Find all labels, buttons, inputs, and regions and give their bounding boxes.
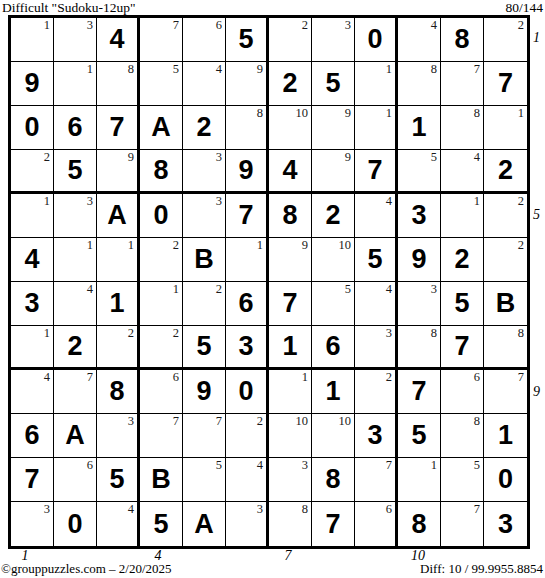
cell-r9c4[interactable]: 6 (140, 370, 183, 414)
given-digit: 5 (196, 333, 211, 360)
cell-r2c5[interactable]: 4 (183, 62, 226, 106)
clue-number: 5 (474, 459, 480, 472)
cell-r6c8[interactable]: 10 (312, 238, 355, 282)
cell-r10c4[interactable]: 7 (140, 414, 183, 458)
cell-r4c7: 4 (269, 150, 312, 194)
cell-counter: 80/144 (505, 0, 543, 16)
cell-r2c6[interactable]: 9 (226, 62, 269, 106)
cell-r2c10[interactable]: 8 (398, 62, 441, 106)
puzzle-title: Difficult "Sudoku-12up" (2, 0, 135, 16)
clue-number: 1 (173, 283, 179, 296)
cell-r11c11[interactable]: 5 (441, 458, 484, 502)
given-digit: 5 (411, 422, 426, 449)
clue-number: 1 (431, 459, 437, 472)
clue-number: 4 (474, 151, 480, 164)
clue-number: 4 (386, 195, 392, 208)
cell-r4c4: 8 (140, 150, 183, 194)
clue-number: 10 (296, 107, 309, 120)
clue-number: 6 (216, 19, 222, 32)
given-digit: 7 (454, 333, 469, 360)
cell-r7c3: 1 (97, 282, 140, 326)
given-digit: 9 (24, 70, 39, 97)
clue-number: 9 (128, 151, 134, 164)
given-digit: A (151, 114, 171, 141)
cell-r1c6: 5 (226, 18, 269, 62)
clue-number: 5 (345, 283, 351, 296)
cell-r1c12[interactable]: 2 (484, 18, 527, 62)
cell-r11c8: 8 (312, 458, 355, 502)
cell-r5c12[interactable]: 2 (484, 194, 527, 238)
sudoku-board: 134765230482918549251877067A281091181259… (8, 15, 530, 549)
cell-r1c7[interactable]: 2 (269, 18, 312, 62)
clue-number: 1 (474, 195, 480, 208)
cell-r8c2: 2 (54, 326, 97, 370)
cell-r6c2[interactable]: 1 (54, 238, 97, 282)
clue-number: 3 (257, 503, 263, 516)
cell-r2c1: 9 (11, 62, 54, 106)
cell-r2c12: 7 (484, 62, 527, 106)
cell-r3c9[interactable]: 1 (355, 106, 398, 150)
clue-number: 7 (474, 63, 480, 76)
cell-r3c1: 0 (11, 106, 54, 150)
cell-r2c8: 5 (312, 62, 355, 106)
given-digit: 7 (24, 466, 39, 493)
cell-r4c9: 7 (355, 150, 398, 194)
clue-number: 10 (296, 415, 309, 428)
cell-r7c1: 3 (11, 282, 54, 326)
given-digit: A (65, 422, 85, 449)
cell-r4c12: 2 (484, 150, 527, 194)
cell-r8c6: 3 (226, 326, 269, 370)
clue-number: 2 (44, 151, 50, 164)
cell-r12c11[interactable]: 7 (441, 502, 484, 546)
clue-number: 2 (173, 239, 179, 252)
given-digit: 9 (238, 157, 253, 184)
cell-r6c9: 5 (355, 238, 398, 282)
cell-r4c11[interactable]: 4 (441, 150, 484, 194)
given-digit: 2 (282, 70, 297, 97)
given-digit: 5 (367, 246, 382, 273)
page: Difficult "Sudoku-12up" 80/144 134765230… (0, 0, 545, 578)
cell-r2c9[interactable]: 1 (355, 62, 398, 106)
clue-number: 1 (257, 239, 263, 252)
given-digit: 7 (238, 202, 253, 229)
given-digit: 8 (325, 466, 340, 493)
cell-r3c10: 1 (398, 106, 441, 150)
clue-number: 8 (257, 107, 263, 120)
cell-r9c9[interactable]: 2 (355, 370, 398, 414)
clue-number: 1 (87, 63, 93, 76)
cell-r6c3[interactable]: 1 (97, 238, 140, 282)
given-digit: 4 (109, 26, 124, 53)
row-label-9: 9 (533, 384, 540, 400)
given-digit: 6 (67, 114, 82, 141)
cell-r5c3: A (97, 194, 140, 238)
cell-r7c7: 7 (269, 282, 312, 326)
given-digit: 2 (498, 157, 513, 184)
cell-r12c8: 7 (312, 502, 355, 546)
cell-r7c9[interactable]: 4 (355, 282, 398, 326)
cell-r8c1[interactable]: 1 (11, 326, 54, 370)
clue-number: 7 (173, 19, 179, 32)
given-digit: 1 (282, 333, 297, 360)
given-digit: 6 (325, 333, 340, 360)
cell-r8c5: 5 (183, 326, 226, 370)
cell-r3c6[interactable]: 8 (226, 106, 269, 150)
cell-r1c8[interactable]: 3 (312, 18, 355, 62)
cell-r6c6[interactable]: 1 (226, 238, 269, 282)
cell-r4c10[interactable]: 5 (398, 150, 441, 194)
given-digit: 5 (153, 511, 168, 538)
cell-r7c5[interactable]: 2 (183, 282, 226, 326)
cell-r5c6: 7 (226, 194, 269, 238)
cell-r4c1[interactable]: 2 (11, 150, 54, 194)
cell-r11c7[interactable]: 3 (269, 458, 312, 502)
given-digit: 1 (109, 290, 124, 317)
given-digit: 7 (367, 157, 382, 184)
clue-number: 1 (386, 107, 392, 120)
given-digit: B (194, 246, 214, 273)
given-digit: 5 (238, 26, 253, 53)
cell-r9c1[interactable]: 4 (11, 370, 54, 414)
clue-number: 4 (431, 19, 437, 32)
cell-r2c2[interactable]: 1 (54, 62, 97, 106)
given-digit: 5 (325, 70, 340, 97)
clue-number: 3 (87, 195, 93, 208)
cell-r8c4[interactable]: 2 (140, 326, 183, 370)
cell-r10c11[interactable]: 8 (441, 414, 484, 458)
given-digit: 2 (196, 114, 211, 141)
clue-number: 3 (345, 19, 351, 32)
clue-number: 3 (216, 151, 222, 164)
given-digit: 5 (454, 290, 469, 317)
cell-r3c7[interactable]: 10 (269, 106, 312, 150)
cell-r4c3[interactable]: 9 (97, 150, 140, 194)
clue-number: 8 (431, 327, 437, 340)
clue-number: 9 (345, 151, 351, 164)
clue-number: 4 (216, 63, 222, 76)
given-digit: 7 (498, 70, 513, 97)
given-digit: 7 (282, 290, 297, 317)
cell-r10c1: 6 (11, 414, 54, 458)
clue-number: 3 (431, 283, 437, 296)
clue-number: 1 (128, 239, 134, 252)
copyright-date: ©grouppuzzles.com – 2/20/2025 (1, 561, 172, 577)
cell-r4c5[interactable]: 3 (183, 150, 226, 194)
cell-r1c2[interactable]: 3 (54, 18, 97, 62)
clue-number: 7 (87, 371, 93, 384)
clue-number: 8 (518, 327, 524, 340)
clue-number: 2 (216, 283, 222, 296)
cell-r6c11: 2 (441, 238, 484, 282)
given-digit: 8 (282, 202, 297, 229)
cell-r1c9: 0 (355, 18, 398, 62)
given-digit: 8 (153, 157, 168, 184)
cell-r10c8[interactable]: 10 (312, 414, 355, 458)
cell-r2c3[interactable]: 8 (97, 62, 140, 106)
cell-r7c11: 5 (441, 282, 484, 326)
given-digit: 3 (24, 290, 39, 317)
clue-number: 3 (44, 503, 50, 516)
clue-number: 10 (339, 239, 352, 252)
cell-r12c5: A (183, 502, 226, 546)
given-digit: 3 (411, 202, 426, 229)
difficulty-rating: Diff: 10 / 99.9955.8854 (420, 561, 543, 577)
cell-r1c5[interactable]: 6 (183, 18, 226, 62)
cell-r3c5: 2 (183, 106, 226, 150)
cell-r11c5[interactable]: 5 (183, 458, 226, 502)
given-digit: 5 (67, 157, 82, 184)
cell-r10c7[interactable]: 10 (269, 414, 312, 458)
clue-number: 3 (386, 327, 392, 340)
clue-number: 2 (518, 19, 524, 32)
clue-number: 8 (128, 63, 134, 76)
clue-number: 2 (518, 239, 524, 252)
clue-number: 1 (386, 63, 392, 76)
given-digit: 2 (67, 333, 82, 360)
given-digit: 4 (282, 157, 297, 184)
cell-r4c2: 5 (54, 150, 97, 194)
clue-number: 4 (128, 503, 134, 516)
clue-number: 4 (257, 459, 263, 472)
given-digit: 0 (367, 26, 382, 53)
cell-r7c12: B (484, 282, 527, 326)
given-digit: 0 (498, 466, 513, 493)
cell-r3c4: A (140, 106, 183, 150)
given-digit: A (194, 511, 214, 538)
cell-r12c3[interactable]: 4 (97, 502, 140, 546)
given-digit: 6 (24, 422, 39, 449)
given-digit: 0 (153, 202, 168, 229)
cell-r5c5[interactable]: 3 (183, 194, 226, 238)
cell-r8c7: 1 (269, 326, 312, 370)
cell-r9c3: 8 (97, 370, 140, 414)
clue-number: 3 (302, 459, 308, 472)
clue-number: 8 (431, 63, 437, 76)
cell-r2c11[interactable]: 7 (441, 62, 484, 106)
clue-number: 3 (87, 19, 93, 32)
clue-number: 1 (44, 327, 50, 340)
cell-r8c9[interactable]: 3 (355, 326, 398, 370)
clue-number: 6 (474, 371, 480, 384)
clue-number: 7 (173, 415, 179, 428)
given-digit: 1 (325, 378, 340, 405)
cell-r9c11[interactable]: 6 (441, 370, 484, 414)
cell-r2c7: 2 (269, 62, 312, 106)
cell-r11c4: B (140, 458, 183, 502)
clue-number: 7 (386, 459, 392, 472)
cell-r2c4[interactable]: 5 (140, 62, 183, 106)
clue-number: 9 (257, 63, 263, 76)
given-digit: 1 (498, 422, 513, 449)
clue-number: 4 (386, 283, 392, 296)
clue-number: 9 (302, 239, 308, 252)
cell-r7c2[interactable]: 4 (54, 282, 97, 326)
cell-r7c10[interactable]: 3 (398, 282, 441, 326)
given-digit: 4 (24, 246, 39, 273)
clue-number: 8 (302, 503, 308, 516)
cell-r11c6[interactable]: 4 (226, 458, 269, 502)
cell-r9c5: 9 (183, 370, 226, 414)
clue-number: 2 (128, 327, 134, 340)
cell-r4c8[interactable]: 9 (312, 150, 355, 194)
cell-r12c12: 3 (484, 502, 527, 546)
clue-number: 2 (386, 371, 392, 384)
given-digit: 9 (411, 246, 426, 273)
clue-number: 2 (173, 327, 179, 340)
given-digit: 3 (498, 511, 513, 538)
cell-r10c10: 5 (398, 414, 441, 458)
given-digit: 3 (367, 422, 382, 449)
cell-r12c1[interactable]: 3 (11, 502, 54, 546)
clue-number: 1 (518, 107, 524, 120)
clue-number: 7 (474, 503, 480, 516)
cell-r5c10: 3 (398, 194, 441, 238)
cell-r9c6: 0 (226, 370, 269, 414)
cell-r10c5[interactable]: 7 (183, 414, 226, 458)
cell-r6c5: B (183, 238, 226, 282)
given-digit: 9 (196, 378, 211, 405)
cell-r5c9[interactable]: 4 (355, 194, 398, 238)
cell-r12c9[interactable]: 6 (355, 502, 398, 546)
cell-r10c2: A (54, 414, 97, 458)
cell-r8c10[interactable]: 8 (398, 326, 441, 370)
given-digit: 8 (454, 26, 469, 53)
clue-number: 4 (44, 371, 50, 384)
cell-r10c12: 1 (484, 414, 527, 458)
clue-number: 1 (44, 195, 50, 208)
clue-number: 1 (44, 19, 50, 32)
clue-number: 5 (431, 151, 437, 164)
given-digit: 8 (109, 378, 124, 405)
cell-r1c10[interactable]: 4 (398, 18, 441, 62)
cell-r3c11[interactable]: 8 (441, 106, 484, 150)
clue-number: 1 (87, 239, 93, 252)
clue-number: 5 (173, 63, 179, 76)
cell-r5c1[interactable]: 1 (11, 194, 54, 238)
given-digit: 0 (67, 511, 82, 538)
cell-r5c8: 2 (312, 194, 355, 238)
cell-r11c2[interactable]: 6 (54, 458, 97, 502)
given-digit: 7 (411, 378, 426, 405)
clue-number: 3 (128, 415, 134, 428)
cell-r12c10: 8 (398, 502, 441, 546)
cell-r1c3: 4 (97, 18, 140, 62)
cell-r12c7[interactable]: 8 (269, 502, 312, 546)
cell-r11c12: 0 (484, 458, 527, 502)
cell-r11c10[interactable]: 1 (398, 458, 441, 502)
clue-number: 6 (173, 371, 179, 384)
clue-number: 5 (216, 459, 222, 472)
cell-r9c2[interactable]: 7 (54, 370, 97, 414)
cell-r5c4: 0 (140, 194, 183, 238)
cell-r5c2[interactable]: 3 (54, 194, 97, 238)
clue-number: 7 (216, 415, 222, 428)
cell-r8c3[interactable]: 2 (97, 326, 140, 370)
cell-r4c6: 9 (226, 150, 269, 194)
row-label-5: 5 (533, 207, 540, 223)
cell-r11c3: 5 (97, 458, 140, 502)
given-digit: B (496, 290, 516, 317)
cell-r7c4[interactable]: 1 (140, 282, 183, 326)
clue-number: 2 (257, 415, 263, 428)
cell-r1c4[interactable]: 7 (140, 18, 183, 62)
cell-r5c11[interactable]: 1 (441, 194, 484, 238)
cell-r8c8: 6 (312, 326, 355, 370)
given-digit: 1 (411, 114, 426, 141)
cell-r1c11: 8 (441, 18, 484, 62)
clue-number: 1 (302, 371, 308, 384)
clue-number: 6 (386, 503, 392, 516)
cell-r10c9: 3 (355, 414, 398, 458)
given-digit: 2 (325, 202, 340, 229)
given-digit: 7 (109, 114, 124, 141)
cell-r10c6[interactable]: 2 (226, 414, 269, 458)
cell-r3c8[interactable]: 9 (312, 106, 355, 150)
cell-r11c1: 7 (11, 458, 54, 502)
given-digit: 5 (109, 466, 124, 493)
clue-number: 3 (216, 195, 222, 208)
row-label-1: 1 (533, 30, 540, 46)
cell-r5c7: 8 (269, 194, 312, 238)
given-digit: 0 (238, 378, 253, 405)
clue-number: 4 (87, 283, 93, 296)
cell-r1c1[interactable]: 1 (11, 18, 54, 62)
cell-r9c8: 1 (312, 370, 355, 414)
given-digit: 0 (24, 114, 39, 141)
cell-r9c10: 7 (398, 370, 441, 414)
cell-r6c4[interactable]: 2 (140, 238, 183, 282)
cell-r9c12[interactable]: 7 (484, 370, 527, 414)
given-digit: 3 (238, 333, 253, 360)
given-digit: 8 (411, 511, 426, 538)
cell-r3c3: 7 (97, 106, 140, 150)
cell-r8c11: 7 (441, 326, 484, 370)
given-digit: B (151, 466, 171, 493)
cell-r7c6: 6 (226, 282, 269, 326)
clue-number: 8 (474, 107, 480, 120)
cell-r6c10: 9 (398, 238, 441, 282)
cell-r7c8[interactable]: 5 (312, 282, 355, 326)
clue-number: 7 (518, 371, 524, 384)
cell-r6c1: 4 (11, 238, 54, 282)
given-digit: A (107, 202, 127, 229)
clue-number: 8 (474, 415, 480, 428)
cell-r3c2: 6 (54, 106, 97, 150)
given-digit: 6 (238, 290, 253, 317)
cell-r11c9[interactable]: 7 (355, 458, 398, 502)
clue-number: 2 (302, 19, 308, 32)
cell-r12c6[interactable]: 3 (226, 502, 269, 546)
cell-r8c12[interactable]: 8 (484, 326, 527, 370)
col-label-7: 7 (285, 548, 292, 564)
cell-r12c2: 0 (54, 502, 97, 546)
clue-number: 2 (518, 195, 524, 208)
clue-number: 6 (87, 459, 93, 472)
cell-r6c7[interactable]: 9 (269, 238, 312, 282)
clue-number: 10 (339, 415, 352, 428)
cell-r6c12[interactable]: 2 (484, 238, 527, 282)
clue-number: 9 (345, 107, 351, 120)
cell-r9c7[interactable]: 1 (269, 370, 312, 414)
given-digit: 7 (325, 511, 340, 538)
cell-r12c4: 5 (140, 502, 183, 546)
cell-r10c3[interactable]: 3 (97, 414, 140, 458)
given-digit: 2 (454, 246, 469, 273)
cell-r3c12[interactable]: 1 (484, 106, 527, 150)
